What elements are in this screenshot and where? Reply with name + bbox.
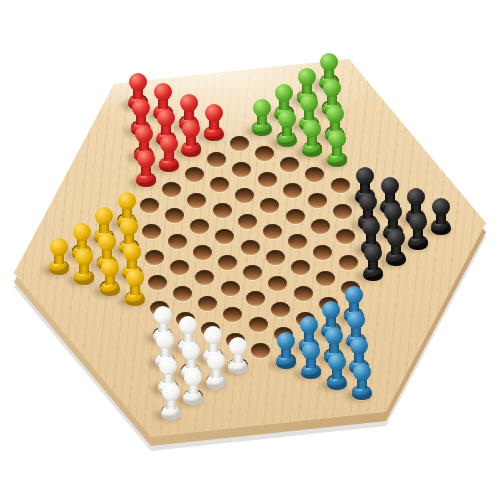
pegs-layer bbox=[0, 0, 500, 500]
peg-head bbox=[156, 331, 174, 349]
peg-head bbox=[154, 306, 172, 324]
peg-head bbox=[184, 368, 202, 386]
peg-head bbox=[277, 332, 295, 350]
peg-head bbox=[120, 218, 138, 236]
peg-head bbox=[275, 84, 293, 102]
peg-head bbox=[298, 68, 316, 86]
peg-black[interactable] bbox=[408, 213, 428, 250]
peg-head bbox=[101, 259, 119, 277]
peg-head bbox=[322, 301, 340, 319]
peg-blue[interactable] bbox=[327, 353, 347, 390]
peg-head bbox=[350, 337, 368, 355]
peg-head bbox=[159, 357, 177, 375]
peg-green[interactable] bbox=[327, 130, 347, 167]
peg-head bbox=[347, 311, 365, 329]
peg-head bbox=[353, 363, 371, 381]
peg-head bbox=[98, 233, 116, 251]
peg-head bbox=[409, 213, 427, 231]
peg-head bbox=[205, 104, 223, 122]
peg-head bbox=[325, 327, 343, 345]
peg-head bbox=[326, 105, 344, 123]
peg-yellow[interactable] bbox=[125, 269, 145, 306]
peg-head bbox=[320, 53, 338, 71]
peg-head bbox=[118, 192, 136, 210]
peg-head bbox=[180, 94, 198, 112]
peg-yellow[interactable] bbox=[49, 238, 69, 275]
peg-yellow[interactable] bbox=[100, 259, 120, 296]
peg-green[interactable] bbox=[302, 120, 322, 157]
peg-head bbox=[302, 342, 320, 360]
peg-head bbox=[157, 109, 175, 127]
peg-white[interactable] bbox=[161, 383, 181, 420]
peg-blue[interactable] bbox=[352, 363, 372, 400]
peg-head bbox=[303, 120, 321, 138]
peg-head bbox=[73, 223, 91, 241]
product-photo-scene bbox=[0, 0, 500, 500]
peg-head bbox=[135, 125, 153, 143]
peg-head bbox=[50, 238, 68, 256]
peg-head bbox=[182, 342, 200, 360]
peg-head bbox=[95, 207, 113, 225]
peg-head bbox=[300, 94, 318, 112]
peg-head bbox=[229, 337, 247, 355]
peg-head bbox=[253, 99, 271, 117]
peg-head bbox=[432, 198, 450, 216]
peg-head bbox=[132, 99, 150, 117]
peg-white[interactable] bbox=[183, 368, 203, 405]
peg-yellow[interactable] bbox=[74, 248, 94, 285]
peg-head bbox=[323, 79, 341, 97]
peg-head bbox=[328, 353, 346, 371]
peg-head bbox=[381, 177, 399, 195]
peg-head bbox=[278, 110, 296, 128]
peg-head bbox=[328, 130, 346, 148]
peg-head bbox=[362, 218, 380, 236]
peg-head bbox=[345, 286, 363, 304]
peg-green[interactable] bbox=[277, 110, 297, 147]
peg-head bbox=[204, 326, 222, 344]
peg-head bbox=[126, 269, 144, 287]
peg-black[interactable] bbox=[386, 229, 406, 266]
peg-head bbox=[75, 248, 93, 266]
peg-black[interactable] bbox=[431, 198, 451, 235]
peg-head bbox=[137, 150, 155, 168]
peg-head bbox=[179, 316, 197, 334]
peg-head bbox=[123, 243, 141, 261]
peg-green[interactable] bbox=[252, 99, 272, 136]
peg-red[interactable] bbox=[204, 104, 224, 141]
peg-head bbox=[300, 316, 318, 334]
peg-white[interactable] bbox=[228, 337, 248, 374]
peg-head bbox=[364, 244, 382, 262]
peg-black[interactable] bbox=[363, 244, 383, 281]
peg-head bbox=[384, 203, 402, 221]
peg-head bbox=[129, 73, 147, 91]
peg-red[interactable] bbox=[181, 120, 201, 157]
peg-white[interactable] bbox=[206, 352, 226, 389]
peg-head bbox=[182, 120, 200, 138]
peg-head bbox=[154, 83, 172, 101]
peg-head bbox=[387, 229, 405, 247]
peg-head bbox=[160, 135, 178, 153]
peg-red[interactable] bbox=[159, 135, 179, 172]
peg-head bbox=[356, 167, 374, 185]
peg-head bbox=[359, 193, 377, 211]
peg-red[interactable] bbox=[136, 150, 156, 187]
peg-blue[interactable] bbox=[301, 342, 321, 379]
peg-head bbox=[207, 352, 225, 370]
peg-head bbox=[407, 188, 425, 206]
peg-blue[interactable] bbox=[276, 332, 296, 369]
peg-head bbox=[162, 383, 180, 401]
